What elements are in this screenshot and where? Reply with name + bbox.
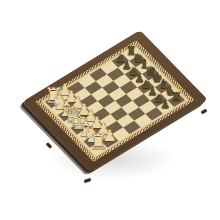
hinge-right-icon [201, 109, 208, 115]
chess-set-photo: ♜♞♝♛♚♝♞♜♟♟♟♟♟♟♟♟♟♟♟♟♟♟♟♟♜♞♝♛♚♝♞♜ [0, 0, 220, 220]
